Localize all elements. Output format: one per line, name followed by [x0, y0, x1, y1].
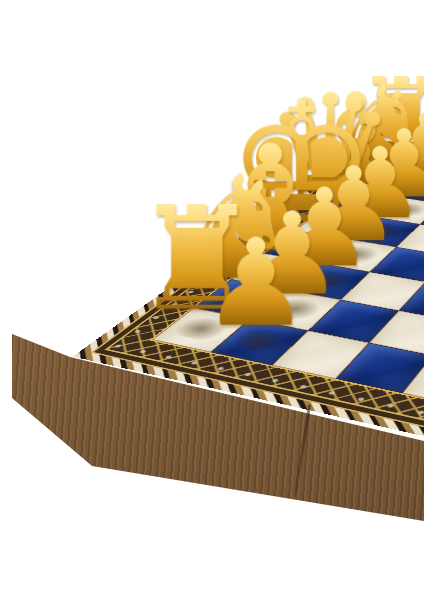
piece-shadow: [404, 181, 424, 198]
product-photo-stage: ♜♟♞♟♝♟♛♟♚♟♝♟♞♟♜♟: [0, 0, 424, 600]
piece-shadow: [358, 175, 406, 191]
piece-shadow: [328, 243, 385, 265]
piece-shadow: [381, 158, 424, 173]
piece-shadow: [298, 267, 358, 291]
piece-shadow: [226, 325, 295, 355]
piece-shadow: [333, 193, 384, 211]
piece-shadow: [381, 200, 424, 218]
piece-shadow: [356, 220, 410, 240]
piece-shadow: [277, 234, 334, 255]
piece-shadow: [264, 295, 328, 322]
piece-shadow: [306, 213, 360, 232]
